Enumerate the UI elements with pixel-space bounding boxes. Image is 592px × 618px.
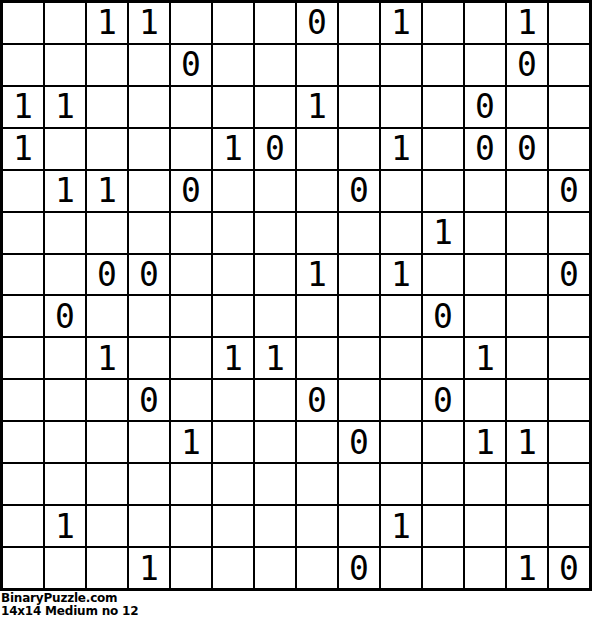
cell-r13c5-empty[interactable]: [171, 506, 211, 546]
cell-r10c11-given-0: 0: [423, 380, 463, 420]
cell-r10c10-empty[interactable]: [381, 380, 421, 420]
cell-r11c1-empty[interactable]: [3, 422, 43, 462]
cell-r8c5-empty[interactable]: [171, 296, 211, 336]
cell-r1c2-empty[interactable]: [45, 3, 85, 43]
cell-r8c7-empty[interactable]: [255, 296, 295, 336]
cell-r6c13-empty[interactable]: [507, 213, 547, 253]
cell-r14c4-given-1: 1: [129, 548, 169, 588]
cell-r5c5-given-0: 0: [171, 171, 211, 211]
cell-r1c8-given-0: 0: [297, 3, 337, 43]
cell-r9c2-empty[interactable]: [45, 338, 85, 378]
cell-r5c12-empty[interactable]: [465, 171, 505, 211]
cell-r6c8-empty[interactable]: [297, 213, 337, 253]
cell-r7c9-empty[interactable]: [339, 255, 379, 295]
cell-r12c14-empty[interactable]: [549, 464, 589, 504]
cell-r12c6-empty[interactable]: [213, 464, 253, 504]
cell-r1c1-empty[interactable]: [3, 3, 43, 43]
cell-r4c4-empty[interactable]: [129, 129, 169, 169]
cell-r10c1-empty[interactable]: [3, 380, 43, 420]
cell-r1c7-empty[interactable]: [255, 3, 295, 43]
cell-r4c11-empty[interactable]: [423, 129, 463, 169]
cell-r12c1-empty[interactable]: [3, 464, 43, 504]
cell-r3c1-given-1: 1: [3, 87, 43, 127]
cell-r14c11-empty[interactable]: [423, 548, 463, 588]
cell-r9c6-given-1: 1: [213, 338, 253, 378]
cell-r4c7-given-0: 0: [255, 129, 295, 169]
cell-r2c10-empty[interactable]: [381, 45, 421, 85]
cell-r13c9-empty[interactable]: [339, 506, 379, 546]
cell-r1c12-empty[interactable]: [465, 3, 505, 43]
cell-r10c12-empty[interactable]: [465, 380, 505, 420]
cell-r2c12-empty[interactable]: [465, 45, 505, 85]
cell-r11c9-given-0: 0: [339, 422, 379, 462]
cell-r14c6-empty[interactable]: [213, 548, 253, 588]
cell-r11c6-empty[interactable]: [213, 422, 253, 462]
cell-r10c8-given-0: 0: [297, 380, 337, 420]
cell-r12c12-empty[interactable]: [465, 464, 505, 504]
cell-r6c9-empty[interactable]: [339, 213, 379, 253]
cell-r12c7-empty[interactable]: [255, 464, 295, 504]
cell-r7c7-empty[interactable]: [255, 255, 295, 295]
cell-r8c6-empty[interactable]: [213, 296, 253, 336]
cell-r11c2-empty[interactable]: [45, 422, 85, 462]
cell-r2c14-empty[interactable]: [549, 45, 589, 85]
cell-r3c8-given-1: 1: [297, 87, 337, 127]
cell-r10c5-empty[interactable]: [171, 380, 211, 420]
cell-r2c8-empty[interactable]: [297, 45, 337, 85]
cell-r3c9-empty[interactable]: [339, 87, 379, 127]
cell-r9c8-empty[interactable]: [297, 338, 337, 378]
cell-r12c10-empty[interactable]: [381, 464, 421, 504]
page: 1101100111011010011000100110001111000101…: [0, 0, 592, 618]
cell-r11c14-empty[interactable]: [549, 422, 589, 462]
cell-r3c5-empty[interactable]: [171, 87, 211, 127]
cell-r1c9-empty[interactable]: [339, 3, 379, 43]
cell-r3c10-empty[interactable]: [381, 87, 421, 127]
cell-r2c13-given-0: 0: [507, 45, 547, 85]
cell-r8c11-given-0: 0: [423, 296, 463, 336]
cell-r11c5-given-1: 1: [171, 422, 211, 462]
cell-r3c2-given-1: 1: [45, 87, 85, 127]
cell-r2c3-empty[interactable]: [87, 45, 127, 85]
cell-r11c4-empty[interactable]: [129, 422, 169, 462]
cell-r1c5-empty[interactable]: [171, 3, 211, 43]
cell-r8c4-empty[interactable]: [129, 296, 169, 336]
cell-r3c14-empty[interactable]: [549, 87, 589, 127]
cell-r9c3-given-1: 1: [87, 338, 127, 378]
cell-r3c7-empty[interactable]: [255, 87, 295, 127]
cell-r12c3-empty[interactable]: [87, 464, 127, 504]
cell-r13c3-empty[interactable]: [87, 506, 127, 546]
cell-r5c7-empty[interactable]: [255, 171, 295, 211]
cell-r10c2-empty[interactable]: [45, 380, 85, 420]
cell-r14c2-empty[interactable]: [45, 548, 85, 588]
cell-r11c12-given-1: 1: [465, 422, 505, 462]
cell-r8c13-empty[interactable]: [507, 296, 547, 336]
cell-r1c6-empty[interactable]: [213, 3, 253, 43]
cell-r12c8-empty[interactable]: [297, 464, 337, 504]
cell-r9c1-empty[interactable]: [3, 338, 43, 378]
cell-r13c6-empty[interactable]: [213, 506, 253, 546]
cell-r8c3-empty[interactable]: [87, 296, 127, 336]
cell-r14c12-empty[interactable]: [465, 548, 505, 588]
cell-r8c2-given-0: 0: [45, 296, 85, 336]
cell-r10c6-empty[interactable]: [213, 380, 253, 420]
cell-r8c9-empty[interactable]: [339, 296, 379, 336]
cell-r5c11-empty[interactable]: [423, 171, 463, 211]
cell-r7c13-empty[interactable]: [507, 255, 547, 295]
cell-r7c12-empty[interactable]: [465, 255, 505, 295]
cell-r14c8-empty[interactable]: [297, 548, 337, 588]
cell-r4c1-given-1: 1: [3, 129, 43, 169]
cell-r9c14-empty[interactable]: [549, 338, 589, 378]
cell-r7c4-given-0: 0: [129, 255, 169, 295]
cell-r14c7-empty[interactable]: [255, 548, 295, 588]
cell-r11c11-empty[interactable]: [423, 422, 463, 462]
cell-r3c13-empty[interactable]: [507, 87, 547, 127]
cell-r5c9-given-0: 0: [339, 171, 379, 211]
cell-r9c10-empty[interactable]: [381, 338, 421, 378]
cell-r2c6-empty[interactable]: [213, 45, 253, 85]
cell-r7c2-empty[interactable]: [45, 255, 85, 295]
cell-r10c3-empty[interactable]: [87, 380, 127, 420]
cell-r6c1-empty[interactable]: [3, 213, 43, 253]
cell-r6c3-empty[interactable]: [87, 213, 127, 253]
cell-r13c1-empty[interactable]: [3, 506, 43, 546]
cell-r14c10-empty[interactable]: [381, 548, 421, 588]
cell-r4c3-empty[interactable]: [87, 129, 127, 169]
cell-r3c11-empty[interactable]: [423, 87, 463, 127]
cell-r9c9-empty[interactable]: [339, 338, 379, 378]
cell-r10c14-empty[interactable]: [549, 380, 589, 420]
cell-r4c9-empty[interactable]: [339, 129, 379, 169]
cell-r11c10-empty[interactable]: [381, 422, 421, 462]
cell-r4c5-empty[interactable]: [171, 129, 211, 169]
cell-r9c7-given-1: 1: [255, 338, 295, 378]
cell-r5c3-given-1: 1: [87, 171, 127, 211]
cell-r13c2-given-1: 1: [45, 506, 85, 546]
cell-r13c14-empty[interactable]: [549, 506, 589, 546]
cell-r13c4-empty[interactable]: [129, 506, 169, 546]
cell-r6c10-empty[interactable]: [381, 213, 421, 253]
cell-r12c5-empty[interactable]: [171, 464, 211, 504]
cell-r3c4-empty[interactable]: [129, 87, 169, 127]
cell-r4c14-empty[interactable]: [549, 129, 589, 169]
cell-r9c4-empty[interactable]: [129, 338, 169, 378]
cell-r14c5-empty[interactable]: [171, 548, 211, 588]
cell-r6c7-empty[interactable]: [255, 213, 295, 253]
cell-r7c1-empty[interactable]: [3, 255, 43, 295]
cell-r12c4-empty[interactable]: [129, 464, 169, 504]
cell-r5c6-empty[interactable]: [213, 171, 253, 211]
cell-r4c10-given-1: 1: [381, 129, 421, 169]
cell-r4c8-empty[interactable]: [297, 129, 337, 169]
cell-r3c6-empty[interactable]: [213, 87, 253, 127]
cell-r14c13-given-1: 1: [507, 548, 547, 588]
cell-r6c14-empty[interactable]: [549, 213, 589, 253]
cell-r5c4-empty[interactable]: [129, 171, 169, 211]
cell-r2c1-empty[interactable]: [3, 45, 43, 85]
cell-r2c5-given-0: 0: [171, 45, 211, 85]
cell-r7c10-given-1: 1: [381, 255, 421, 295]
cell-r9c11-empty[interactable]: [423, 338, 463, 378]
cell-r2c7-empty[interactable]: [255, 45, 295, 85]
cell-r6c4-empty[interactable]: [129, 213, 169, 253]
cell-r7c5-empty[interactable]: [171, 255, 211, 295]
cell-r1c10-given-1: 1: [381, 3, 421, 43]
cell-r14c14-given-0: 0: [549, 548, 589, 588]
cell-r4c13-given-0: 0: [507, 129, 547, 169]
cell-r3c3-empty[interactable]: [87, 87, 127, 127]
cell-r13c13-empty[interactable]: [507, 506, 547, 546]
cell-r2c9-empty[interactable]: [339, 45, 379, 85]
cell-r5c10-empty[interactable]: [381, 171, 421, 211]
cell-r8c12-empty[interactable]: [465, 296, 505, 336]
cell-r14c1-empty[interactable]: [3, 548, 43, 588]
cell-r8c14-empty[interactable]: [549, 296, 589, 336]
cell-r6c12-empty[interactable]: [465, 213, 505, 253]
cell-r9c5-empty[interactable]: [171, 338, 211, 378]
cell-r4c12-given-0: 0: [465, 129, 505, 169]
cell-r11c13-given-1: 1: [507, 422, 547, 462]
cell-r10c7-empty[interactable]: [255, 380, 295, 420]
cell-r3c12-given-0: 0: [465, 87, 505, 127]
cell-r14c3-empty[interactable]: [87, 548, 127, 588]
cell-r1c13-given-1: 1: [507, 3, 547, 43]
cell-r5c2-given-1: 1: [45, 171, 85, 211]
cell-r4c2-empty[interactable]: [45, 129, 85, 169]
cell-r6c6-empty[interactable]: [213, 213, 253, 253]
cell-r7c8-given-1: 1: [297, 255, 337, 295]
cell-r4c6-given-1: 1: [213, 129, 253, 169]
cell-r1c4-given-1: 1: [129, 3, 169, 43]
cell-r7c14-given-0: 0: [549, 255, 589, 295]
cell-r13c12-empty[interactable]: [465, 506, 505, 546]
cell-r6c5-empty[interactable]: [171, 213, 211, 253]
cell-r7c6-empty[interactable]: [213, 255, 253, 295]
board: 1101100111011010011000100110001111000101…: [0, 0, 592, 591]
cell-r6c11-given-1: 1: [423, 213, 463, 253]
cell-r14c9-given-0: 0: [339, 548, 379, 588]
cell-r7c3-given-0: 0: [87, 255, 127, 295]
cell-r5c1-empty[interactable]: [3, 171, 43, 211]
cell-r13c7-empty[interactable]: [255, 506, 295, 546]
cell-r9c12-given-1: 1: [465, 338, 505, 378]
cell-r6c2-empty[interactable]: [45, 213, 85, 253]
cell-r9c13-empty[interactable]: [507, 338, 547, 378]
cell-r13c8-empty[interactable]: [297, 506, 337, 546]
cell-r2c2-empty[interactable]: [45, 45, 85, 85]
cell-r7c11-empty[interactable]: [423, 255, 463, 295]
cell-r10c13-empty[interactable]: [507, 380, 547, 420]
cell-r5c14-given-0: 0: [549, 171, 589, 211]
cell-r8c1-empty[interactable]: [3, 296, 43, 336]
cell-r5c13-empty[interactable]: [507, 171, 547, 211]
cell-r12c13-empty[interactable]: [507, 464, 547, 504]
footer: BinaryPuzzle.com 14x14 Medium no 12: [0, 592, 592, 618]
cell-r11c8-empty[interactable]: [297, 422, 337, 462]
cell-r10c4-given-0: 0: [129, 380, 169, 420]
cell-r1c3-given-1: 1: [87, 3, 127, 43]
cell-r8c8-empty[interactable]: [297, 296, 337, 336]
cell-r1c11-empty[interactable]: [423, 3, 463, 43]
cell-r13c10-given-1: 1: [381, 506, 421, 546]
cell-r12c9-empty[interactable]: [339, 464, 379, 504]
cell-r2c4-empty[interactable]: [129, 45, 169, 85]
cell-r5c8-empty[interactable]: [297, 171, 337, 211]
footer-subtitle: 14x14 Medium no 12: [1, 605, 592, 618]
cell-r11c7-empty[interactable]: [255, 422, 295, 462]
cell-r8c10-empty[interactable]: [381, 296, 421, 336]
cell-r10c9-empty[interactable]: [339, 380, 379, 420]
cell-r11c3-empty[interactable]: [87, 422, 127, 462]
cell-r13c11-empty[interactable]: [423, 506, 463, 546]
cell-r12c2-empty[interactable]: [45, 464, 85, 504]
cell-r1c14-empty[interactable]: [549, 3, 589, 43]
cell-r2c11-empty[interactable]: [423, 45, 463, 85]
cell-r12c11-empty[interactable]: [423, 464, 463, 504]
